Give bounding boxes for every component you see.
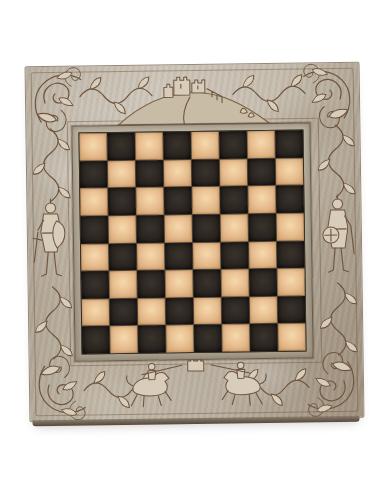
board-photo xyxy=(0,0,381,492)
square-d3[interactable] xyxy=(165,270,192,297)
inner-frame xyxy=(71,122,313,361)
square-d8[interactable] xyxy=(163,132,190,159)
square-g4[interactable] xyxy=(249,241,276,268)
square-a1[interactable] xyxy=(82,327,109,354)
square-h8[interactable] xyxy=(275,130,302,157)
square-a4[interactable] xyxy=(81,244,108,271)
square-c5[interactable] xyxy=(137,215,164,242)
square-h6[interactable] xyxy=(276,186,303,213)
square-h2[interactable] xyxy=(278,296,305,323)
square-f7[interactable] xyxy=(220,159,247,186)
square-f1[interactable] xyxy=(222,325,249,352)
square-d2[interactable] xyxy=(166,298,193,325)
square-g5[interactable] xyxy=(249,214,276,241)
square-d1[interactable] xyxy=(166,325,193,352)
square-h7[interactable] xyxy=(276,158,303,185)
square-d5[interactable] xyxy=(165,215,192,242)
square-c1[interactable] xyxy=(138,326,165,353)
square-g6[interactable] xyxy=(248,186,275,213)
square-e6[interactable] xyxy=(192,187,219,214)
square-a3[interactable] xyxy=(81,271,108,298)
square-b5[interactable] xyxy=(109,216,136,243)
square-g3[interactable] xyxy=(249,269,276,296)
square-g1[interactable] xyxy=(250,324,277,351)
square-f2[interactable] xyxy=(222,297,249,324)
square-g7[interactable] xyxy=(248,158,275,185)
square-e7[interactable] xyxy=(192,159,219,186)
corner-scroll-icon xyxy=(305,349,354,420)
square-d7[interactable] xyxy=(164,160,191,187)
square-a5[interactable] xyxy=(81,216,108,243)
square-e3[interactable] xyxy=(193,270,220,297)
square-e8[interactable] xyxy=(191,132,218,159)
square-d4[interactable] xyxy=(165,243,192,270)
square-f8[interactable] xyxy=(219,131,246,158)
square-h4[interactable] xyxy=(277,241,304,268)
square-b6[interactable] xyxy=(108,188,135,215)
corner-scroll-icon xyxy=(301,63,350,132)
square-e5[interactable] xyxy=(193,215,220,242)
square-b2[interactable] xyxy=(110,299,137,326)
square-c8[interactable] xyxy=(135,132,162,159)
square-f6[interactable] xyxy=(220,187,247,214)
square-a2[interactable] xyxy=(82,299,109,326)
square-b3[interactable] xyxy=(109,271,136,298)
square-e1[interactable] xyxy=(194,325,221,352)
square-h1[interactable] xyxy=(278,324,305,351)
square-a7[interactable] xyxy=(80,161,107,188)
square-b8[interactable] xyxy=(107,133,134,160)
square-c6[interactable] xyxy=(136,188,163,215)
square-c2[interactable] xyxy=(138,298,165,325)
knight-left-icon xyxy=(32,199,65,276)
corner-scroll-icon xyxy=(39,352,88,421)
square-c3[interactable] xyxy=(137,271,164,298)
square-g2[interactable] xyxy=(250,297,277,324)
chess-board xyxy=(25,62,365,423)
square-d6[interactable] xyxy=(164,187,191,214)
board-grid xyxy=(78,129,306,354)
square-c7[interactable] xyxy=(136,160,163,187)
square-f3[interactable] xyxy=(221,269,248,296)
square-h5[interactable] xyxy=(277,213,304,240)
square-f5[interactable] xyxy=(221,214,248,241)
square-e2[interactable] xyxy=(194,297,221,324)
square-b4[interactable] xyxy=(109,243,136,270)
square-b1[interactable] xyxy=(110,326,137,353)
square-b7[interactable] xyxy=(108,160,135,187)
knight-right-icon xyxy=(322,195,354,272)
square-c4[interactable] xyxy=(137,243,164,270)
square-f4[interactable] xyxy=(221,242,248,269)
square-e4[interactable] xyxy=(193,242,220,269)
square-g8[interactable] xyxy=(247,131,274,158)
square-a6[interactable] xyxy=(80,188,107,215)
square-a8[interactable] xyxy=(79,133,106,160)
square-h3[interactable] xyxy=(277,269,304,296)
